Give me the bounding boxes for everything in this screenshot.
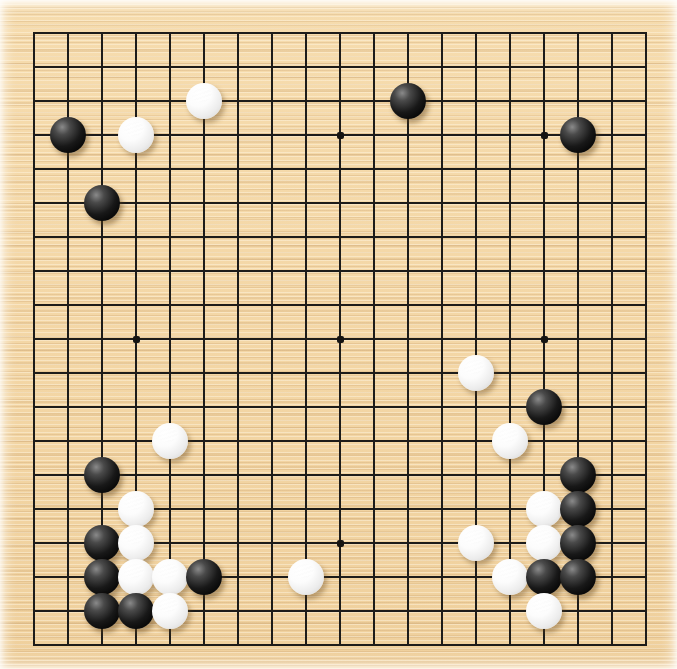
white-stone: [152, 593, 188, 629]
white-stone: [526, 491, 562, 527]
white-stone: [118, 525, 154, 561]
black-stone: [84, 525, 120, 561]
black-stone: [526, 559, 562, 595]
white-stone: [458, 525, 494, 561]
white-stone: [492, 559, 528, 595]
black-stone: [560, 457, 596, 493]
black-stone: [84, 185, 120, 221]
star-point: [337, 132, 344, 139]
white-stone: [526, 593, 562, 629]
black-stone: [84, 593, 120, 629]
white-stone: [288, 559, 324, 595]
star-point: [133, 336, 140, 343]
white-stone: [526, 525, 562, 561]
black-stone: [118, 593, 154, 629]
white-stone: [152, 423, 188, 459]
black-stone: [560, 525, 596, 561]
star-point: [541, 336, 548, 343]
white-stone: [152, 559, 188, 595]
black-stone: [84, 457, 120, 493]
black-stone: [526, 389, 562, 425]
go-board[interactable]: [0, 0, 677, 669]
black-stone: [560, 491, 596, 527]
black-stone: [560, 559, 596, 595]
star-point: [337, 540, 344, 547]
black-stone: [186, 559, 222, 595]
star-point: [541, 132, 548, 139]
black-stone: [560, 117, 596, 153]
star-point: [337, 336, 344, 343]
white-stone: [492, 423, 528, 459]
white-stone: [458, 355, 494, 391]
white-stone: [186, 83, 222, 119]
go-app-window: [0, 0, 677, 669]
white-stone: [118, 559, 154, 595]
black-stone: [84, 559, 120, 595]
black-stone: [50, 117, 86, 153]
white-stone: [118, 491, 154, 527]
black-stone: [390, 83, 426, 119]
white-stone: [118, 117, 154, 153]
